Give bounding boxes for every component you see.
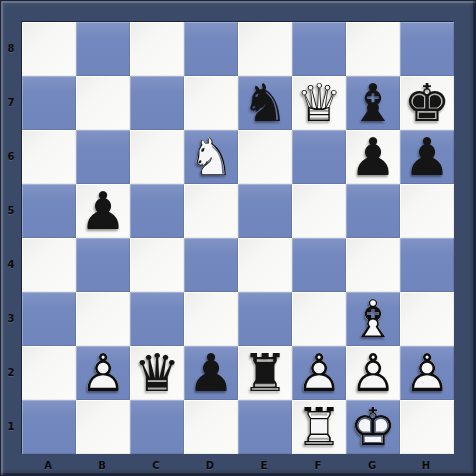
rank-label-2: 2 [1, 345, 21, 399]
piece-black-knight[interactable]: ♞ [238, 76, 292, 130]
piece-outline-glyph: ♘ [184, 130, 238, 184]
square-f5[interactable] [292, 184, 346, 238]
square-e6[interactable] [238, 130, 292, 184]
piece-fill-glyph: ♛ [130, 346, 184, 400]
piece-outline-glyph: ♙ [346, 346, 400, 400]
piece-white-pawn[interactable]: ♟♙ [346, 346, 400, 400]
square-a2[interactable] [22, 346, 76, 400]
piece-black-pawn[interactable]: ♟ [184, 346, 238, 400]
square-a1[interactable] [22, 400, 76, 454]
piece-outline-glyph: ♙ [76, 346, 130, 400]
square-d6[interactable]: ♞♘ [184, 130, 238, 184]
square-g6[interactable]: ♟ [346, 130, 400, 184]
square-b3[interactable] [76, 292, 130, 346]
square-g7[interactable]: ♝ [346, 76, 400, 130]
piece-fill-glyph: ♜ [238, 346, 292, 400]
rank-label-8: 8 [1, 21, 21, 75]
rank-label-5: 5 [1, 183, 21, 237]
square-b7[interactable] [76, 76, 130, 130]
square-a3[interactable] [22, 292, 76, 346]
square-c4[interactable] [130, 238, 184, 292]
file-label-c: C [129, 453, 183, 476]
square-c3[interactable] [130, 292, 184, 346]
square-g2[interactable]: ♟♙ [346, 346, 400, 400]
square-g1[interactable]: ♚♔ [346, 400, 400, 454]
square-h4[interactable] [400, 238, 454, 292]
piece-fill-glyph: ♝ [346, 76, 400, 130]
file-label-g: G [345, 453, 399, 476]
square-b1[interactable] [76, 400, 130, 454]
piece-black-rook[interactable]: ♜ [238, 346, 292, 400]
rank-label-4: 4 [1, 237, 21, 291]
piece-black-queen[interactable]: ♛ [130, 346, 184, 400]
square-c2[interactable]: ♛ [130, 346, 184, 400]
square-d8[interactable] [184, 22, 238, 76]
piece-outline-glyph: ♙ [400, 346, 454, 400]
file-label-b: B [75, 453, 129, 476]
square-f2[interactable]: ♟♙ [292, 346, 346, 400]
piece-black-pawn[interactable]: ♟ [76, 184, 130, 238]
piece-black-pawn[interactable]: ♟ [400, 130, 454, 184]
piece-black-pawn[interactable]: ♟ [346, 130, 400, 184]
square-h1[interactable] [400, 400, 454, 454]
piece-outline-glyph: ♗ [346, 292, 400, 346]
piece-fill-glyph: ♞ [238, 76, 292, 130]
square-h8[interactable] [400, 22, 454, 76]
square-d2[interactable]: ♟ [184, 346, 238, 400]
square-f1[interactable]: ♜♖ [292, 400, 346, 454]
rank-label-7: 7 [1, 75, 21, 129]
square-f3[interactable] [292, 292, 346, 346]
file-label-h: H [399, 453, 453, 476]
square-a6[interactable] [22, 130, 76, 184]
square-e5[interactable] [238, 184, 292, 238]
piece-white-pawn[interactable]: ♟♙ [292, 346, 346, 400]
piece-outline-glyph: ♕ [292, 76, 346, 130]
square-d3[interactable] [184, 292, 238, 346]
piece-black-king[interactable]: ♚ [400, 76, 454, 130]
file-label-a: A [21, 453, 75, 476]
rank-label-6: 6 [1, 129, 21, 183]
piece-white-knight[interactable]: ♞♘ [184, 130, 238, 184]
piece-outline-glyph: ♔ [346, 400, 400, 454]
square-c5[interactable] [130, 184, 184, 238]
square-a4[interactable] [22, 238, 76, 292]
piece-fill-glyph: ♟ [400, 130, 454, 184]
square-f8[interactable] [292, 22, 346, 76]
square-c1[interactable] [130, 400, 184, 454]
square-h2[interactable]: ♟♙ [400, 346, 454, 400]
file-label-d: D [183, 453, 237, 476]
square-a8[interactable] [22, 22, 76, 76]
square-a7[interactable] [22, 76, 76, 130]
piece-white-pawn[interactable]: ♟♙ [400, 346, 454, 400]
square-c7[interactable] [130, 76, 184, 130]
square-f4[interactable] [292, 238, 346, 292]
square-h6[interactable]: ♟ [400, 130, 454, 184]
piece-outline-glyph: ♙ [292, 346, 346, 400]
rank-label-3: 3 [1, 291, 21, 345]
piece-outline-glyph: ♖ [292, 400, 346, 454]
chess-board: ♞♛♕♝♚♞♘♟♟♟♝♗♟♙♛♟♜♟♙♟♙♟♙♜♖♚♔ [21, 21, 453, 453]
square-h5[interactable] [400, 184, 454, 238]
piece-white-pawn[interactable]: ♟♙ [76, 346, 130, 400]
square-d1[interactable] [184, 400, 238, 454]
square-e4[interactable] [238, 238, 292, 292]
square-g5[interactable] [346, 184, 400, 238]
piece-white-queen[interactable]: ♛♕ [292, 76, 346, 130]
square-c8[interactable] [130, 22, 184, 76]
piece-white-bishop[interactable]: ♝♗ [346, 292, 400, 346]
square-b4[interactable] [76, 238, 130, 292]
file-label-e: E [237, 453, 291, 476]
piece-white-rook[interactable]: ♜♖ [292, 400, 346, 454]
square-h3[interactable] [400, 292, 454, 346]
square-f7[interactable]: ♛♕ [292, 76, 346, 130]
square-g8[interactable] [346, 22, 400, 76]
piece-fill-glyph: ♟ [76, 184, 130, 238]
square-e8[interactable] [238, 22, 292, 76]
rank-label-1: 1 [1, 399, 21, 453]
square-g3[interactable]: ♝♗ [346, 292, 400, 346]
square-a5[interactable] [22, 184, 76, 238]
square-d5[interactable] [184, 184, 238, 238]
square-d7[interactable] [184, 76, 238, 130]
square-d4[interactable] [184, 238, 238, 292]
file-label-f: F [291, 453, 345, 476]
square-c6[interactable] [130, 130, 184, 184]
piece-fill-glyph: ♚ [400, 76, 454, 130]
square-e1[interactable] [238, 400, 292, 454]
square-e3[interactable] [238, 292, 292, 346]
board-frame: ♞♛♕♝♚♞♘♟♟♟♝♗♟♙♛♟♜♟♙♟♙♟♙♜♖♚♔ 87654321 ABC… [0, 0, 476, 476]
square-b2[interactable]: ♟♙ [76, 346, 130, 400]
square-b8[interactable] [76, 22, 130, 76]
square-b6[interactable] [76, 130, 130, 184]
square-h7[interactable]: ♚ [400, 76, 454, 130]
square-e7[interactable]: ♞ [238, 76, 292, 130]
square-b5[interactable]: ♟ [76, 184, 130, 238]
square-f6[interactable] [292, 130, 346, 184]
square-g4[interactable] [346, 238, 400, 292]
piece-white-king[interactable]: ♚♔ [346, 400, 400, 454]
square-e2[interactable]: ♜ [238, 346, 292, 400]
piece-fill-glyph: ♟ [184, 346, 238, 400]
piece-black-bishop[interactable]: ♝ [346, 76, 400, 130]
piece-fill-glyph: ♟ [346, 130, 400, 184]
